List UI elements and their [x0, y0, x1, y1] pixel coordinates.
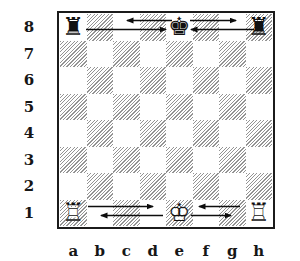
square-f7	[193, 41, 220, 68]
square-e6	[166, 67, 193, 94]
square-g2	[219, 173, 246, 200]
square-h3	[246, 147, 273, 174]
square-g1	[219, 200, 246, 227]
square-b7	[87, 41, 114, 68]
rank-label-6: 6	[16, 67, 42, 94]
square-c7	[113, 41, 140, 68]
square-g4	[219, 120, 246, 147]
rank-label-3: 3	[16, 147, 42, 174]
file-label-b: b	[87, 241, 114, 260]
square-g5	[219, 94, 246, 121]
square-c8	[113, 14, 140, 41]
file-label-h: h	[246, 241, 273, 260]
square-d1	[140, 200, 167, 227]
chess-board: ♜♚♜♜♖♚♔♚♖	[57, 11, 275, 229]
square-c3	[113, 147, 140, 174]
rank-label-1: 1	[16, 200, 42, 227]
square-h2	[246, 173, 273, 200]
square-e8: ♚	[166, 14, 193, 41]
white-rook-a1: ♖	[60, 200, 87, 227]
square-a4	[60, 120, 87, 147]
file-label-f: f	[193, 241, 220, 260]
file-label-a: a	[60, 241, 87, 260]
square-e3	[166, 147, 193, 174]
square-e1: ♚♔	[166, 200, 193, 227]
square-f8	[193, 14, 220, 41]
square-c6	[113, 67, 140, 94]
square-e7	[166, 41, 193, 68]
square-f1	[193, 200, 220, 227]
black-rook-a8: ♜	[60, 14, 87, 41]
rank-label-8: 8	[16, 14, 42, 41]
rank-label-4: 4	[16, 120, 42, 147]
square-d5	[140, 94, 167, 121]
square-d2	[140, 173, 167, 200]
square-g7	[219, 41, 246, 68]
rank-label-2: 2	[16, 173, 42, 200]
square-a7	[60, 41, 87, 68]
square-h4	[246, 120, 273, 147]
square-h6	[246, 67, 273, 94]
square-f5	[193, 94, 220, 121]
rank-label-7: 7	[16, 41, 42, 68]
black-king-e8: ♚	[166, 14, 193, 41]
square-b3	[87, 147, 114, 174]
square-g3	[219, 147, 246, 174]
file-label-d: d	[140, 241, 167, 260]
black-rook-h8: ♜	[246, 14, 273, 41]
square-d8	[140, 14, 167, 41]
square-c4	[113, 120, 140, 147]
square-g8	[219, 14, 246, 41]
square-e2	[166, 173, 193, 200]
square-c5	[113, 94, 140, 121]
square-d6	[140, 67, 167, 94]
square-d7	[140, 41, 167, 68]
rank-labels: 87654321	[16, 14, 42, 226]
square-h1: ♚♖	[246, 200, 273, 227]
file-label-e: e	[166, 241, 193, 260]
square-h7	[246, 41, 273, 68]
square-d4	[140, 120, 167, 147]
square-b6	[87, 67, 114, 94]
square-a8: ♜	[60, 14, 87, 41]
square-h8: ♜	[246, 14, 273, 41]
square-e4	[166, 120, 193, 147]
square-h5	[246, 94, 273, 121]
square-f4	[193, 120, 220, 147]
square-b8	[87, 14, 114, 41]
white-rook-h1: ♖	[246, 200, 273, 227]
square-d3	[140, 147, 167, 174]
rank-label-5: 5	[16, 94, 42, 121]
square-a5	[60, 94, 87, 121]
square-c1	[113, 200, 140, 227]
square-a1: ♜♖	[60, 200, 87, 227]
square-g6	[219, 67, 246, 94]
square-a2	[60, 173, 87, 200]
square-b4	[87, 120, 114, 147]
file-labels: abcdefgh	[60, 241, 272, 260]
square-f2	[193, 173, 220, 200]
square-c2	[113, 173, 140, 200]
file-label-c: c	[113, 241, 140, 260]
file-label-g: g	[219, 241, 246, 260]
chess-castling-diagram: 87654321 ♜♚♜♜♖♚♔♚♖ abcdefgh	[0, 0, 300, 261]
square-f3	[193, 147, 220, 174]
white-king-e1: ♔	[166, 200, 193, 227]
square-a6	[60, 67, 87, 94]
board-squares: ♜♚♜♜♖♚♔♚♖	[60, 14, 272, 226]
square-f6	[193, 67, 220, 94]
square-e5	[166, 94, 193, 121]
square-b5	[87, 94, 114, 121]
square-b2	[87, 173, 114, 200]
square-a3	[60, 147, 87, 174]
square-b1	[87, 200, 114, 227]
